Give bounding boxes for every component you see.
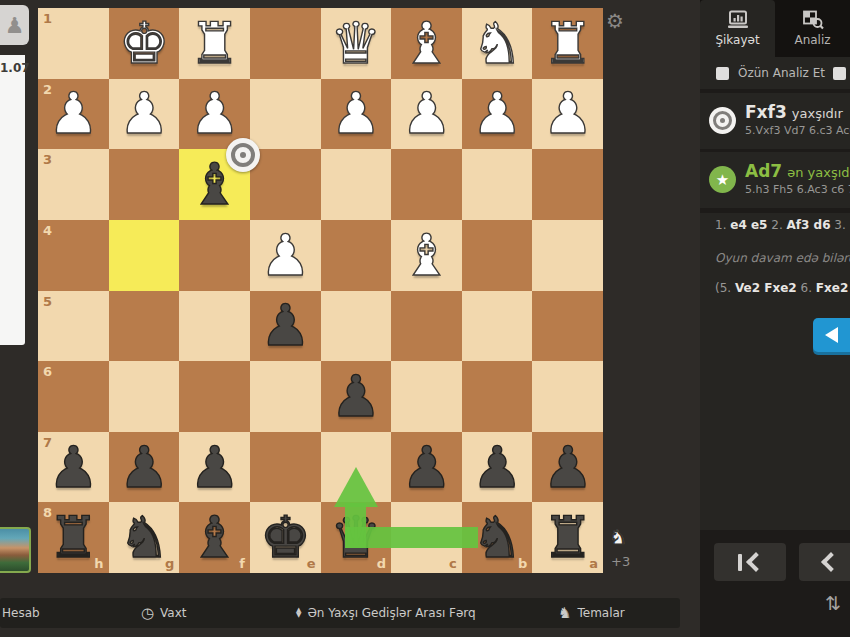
score-label: Hesab [2,606,40,620]
panel-tabbar: Şikayət Analiz [700,0,850,57]
black-rook-h8[interactable]: ♜ [38,502,109,573]
start-bar-icon [738,554,742,571]
square-f5[interactable] [179,291,250,362]
square-f6[interactable] [179,361,250,432]
white-queen-d1[interactable]: ♛ [321,8,392,79]
chess-board[interactable]: 1♚♜♛♝♞♜2♟♟♟♟♟♟♟3♝4♟♝5♟6♟7♟♟♟♟♟♟8h♜g♞f♝e♚… [38,8,603,573]
played-move: Fxf3 [745,102,787,122]
themes-label: Temalar [577,606,624,620]
square-h1[interactable]: 1 [38,8,109,79]
square-e7[interactable] [250,432,321,503]
square-c1[interactable]: ♝ [391,8,462,79]
square-h3[interactable]: 3 [38,149,109,220]
white-pawn-d2[interactable]: ♟ [321,79,392,150]
square-a4[interactable] [532,220,603,291]
tab-report[interactable]: Şikayət [700,0,775,57]
square-c2[interactable]: ♟ [391,79,462,150]
player-avatar[interactable] [0,527,31,573]
square-e2[interactable] [250,79,321,150]
square-a1[interactable]: ♜ [532,8,603,79]
black-pawn-g7[interactable]: ♟ [109,432,180,503]
go-to-start-button[interactable] [714,543,786,581]
chevron-left-icon [746,552,766,572]
square-b2[interactable]: ♟ [462,79,533,150]
white-knight-b1[interactable]: ♞ [462,8,533,79]
move-quality-badge [226,138,260,172]
analysis-bottom-bar: Hesab ◷ Vaxt ▲▼ Ən Yaxşı Gedişlər Arası … [0,598,680,628]
square-c3[interactable] [391,149,462,220]
square-g5[interactable] [109,291,180,362]
square-f4[interactable] [179,220,250,291]
rank-label: 1 [43,11,52,26]
best-move: Ad7 [745,161,782,181]
square-a8[interactable]: a♜ [532,502,603,573]
best-move-arrow [334,467,378,507]
tab-analysis[interactable]: Analiz [775,0,850,57]
square-b5[interactable] [462,291,533,362]
evaluation-bar: 1.07 [0,55,25,345]
report-icon [727,10,749,30]
square-h2[interactable]: 2♟ [38,79,109,150]
bottombar-time[interactable]: ◷ Vaxt [141,604,187,622]
square-d3[interactable] [321,149,392,220]
white-pawn-b2[interactable]: ♟ [462,79,533,150]
square-e6[interactable] [250,361,321,432]
white-bishop-c1[interactable]: ♝ [391,8,462,79]
app-root: ♟ 1.07 1♚♜♛♝♞♜2♟♟♟♟♟♟♟3♝4♟♝5♟6♟7♟♟♟♟♟♟8h… [0,0,850,637]
white-rook-f1[interactable]: ♜ [179,8,250,79]
move-number: 2. [771,218,782,232]
square-d5[interactable] [321,291,392,362]
knight-theme-icon: ♞ [558,604,571,622]
move-pair[interactable]: Ve2 Fxe2 [735,281,797,295]
move-pair[interactable]: Fxe2 Ac6 [816,281,850,295]
move-navigation: ⇅ [700,530,850,637]
move-pair[interactable]: Af3 d6 [787,218,831,232]
square-a3[interactable] [532,149,603,220]
black-bishop-f8[interactable]: ♝ [179,502,250,573]
captured-knight-icon: ♞ [609,525,627,549]
continuation-hint: Oyun davam edə bilərdi... [715,251,850,265]
tab-report-label: Şikayət [715,33,759,47]
rank-label: 4 [43,223,52,238]
white-pawn-g2[interactable]: ♟ [109,79,180,150]
material-score: +3 [611,554,630,569]
move-number: 6. [801,281,812,295]
square-h7[interactable]: 7♟ [38,432,109,503]
best-move-star-icon: ★ [709,166,736,193]
settings-gear-icon[interactable]: ⚙ [606,9,624,33]
square-g7[interactable]: ♟ [109,432,180,503]
bottombar-best-move-diff[interactable]: ▲▼ Ən Yaxşı Gedişlər Arası Fərq [296,606,476,620]
chevron-left-icon [821,552,841,572]
secondary-checkbox[interactable] [833,67,846,80]
self-analysis-label: Özün Analiz Et [738,66,825,80]
alternative-line[interactable]: (5. Ve2 Fxe2 6. Fxe2 Ac6 7 [715,281,850,295]
white-pawn-e4[interactable]: ♟ [250,220,321,291]
black-rook-a8[interactable]: ♜ [532,502,603,573]
flip-board-icon[interactable]: ⇅ [825,592,841,614]
square-d4[interactable] [321,220,392,291]
bottombar-themes[interactable]: ♞ Temalar [558,604,625,622]
move-pair[interactable]: e4 e5 [730,218,767,232]
square-b7[interactable]: ♟ [462,432,533,503]
bottombar-score[interactable]: Hesab [2,606,40,620]
played-move-row[interactable]: Fxf3yaxşıdır 5.Vxf3 Vd7 6.c3 Ac6 7 [700,93,850,149]
square-c7[interactable]: ♟ [391,432,462,503]
white-king-g1[interactable]: ♚ [109,8,180,79]
black-pawn-b7[interactable]: ♟ [462,432,533,503]
square-a5[interactable] [532,291,603,362]
square-e8[interactable]: e♚ [250,502,321,573]
square-b3[interactable] [462,149,533,220]
square-g6[interactable] [109,361,180,432]
back-arrow-icon [825,327,838,343]
square-a7[interactable]: ♟ [532,432,603,503]
rank-label: 3 [43,152,52,167]
square-d2[interactable]: ♟ [321,79,392,150]
move-number: (5. [715,281,731,295]
played-verdict: yaxşıdır [792,106,843,121]
white-rook-a1[interactable]: ♜ [532,8,603,79]
divider [700,208,850,213]
white-bishop-c4[interactable]: ♝ [391,220,462,291]
best-verdict: ən yaxşıdır [787,165,850,180]
square-g3[interactable] [109,149,180,220]
retry-button[interactable] [813,318,850,352]
black-pawn-h7[interactable]: ♟ [38,432,109,503]
square-h5[interactable]: 5 [38,291,109,362]
square-b4[interactable] [462,220,533,291]
square-c5[interactable] [391,291,462,362]
square-e1[interactable] [250,8,321,79]
square-c6[interactable] [391,361,462,432]
square-a6[interactable] [532,361,603,432]
analysis-icon [802,10,824,30]
square-d1[interactable]: ♛ [321,8,392,79]
white-pawn-c2[interactable]: ♟ [391,79,462,150]
rank-label: 5 [43,294,52,309]
square-h8[interactable]: 8h♜ [38,502,109,573]
black-pawn-d6[interactable]: ♟ [321,361,392,432]
square-e4[interactable]: ♟ [250,220,321,291]
game-move-list[interactable]: 1. e4 e5 2. Af3 d6 3. Fc4 Fg4 [715,218,850,232]
white-pawn-a2[interactable]: ♟ [532,79,603,150]
square-c4[interactable]: ♝ [391,220,462,291]
square-h6[interactable]: 6 [38,361,109,432]
rank-label: 6 [43,364,52,379]
evaluation-value: 1.07 [0,55,25,75]
sort-arrows-icon: ▲▼ [296,608,301,618]
black-pawn-f7[interactable]: ♟ [179,432,250,503]
square-f7[interactable]: ♟ [179,432,250,503]
move-number: 3. [834,218,845,232]
square-b6[interactable] [462,361,533,432]
tab-analysis-label: Analiz [794,33,830,47]
black-pawn-a7[interactable]: ♟ [532,432,603,503]
time-label: Vaxt [160,606,186,620]
square-g8[interactable]: g♞ [109,502,180,573]
good-move-target-icon [709,107,736,134]
square-e5[interactable]: ♟ [250,291,321,362]
square-a2[interactable]: ♟ [532,79,603,150]
square-e3[interactable] [250,149,321,220]
square-g2[interactable]: ♟ [109,79,180,150]
square-g4[interactable] [109,220,180,291]
pawn-avatar-icon: ♟ [5,13,25,38]
black-king-e8[interactable]: ♚ [250,502,321,573]
square-h4[interactable]: 4 [38,220,109,291]
square-g1[interactable]: ♚ [109,8,180,79]
square-d6[interactable]: ♟ [321,361,392,432]
square-f8[interactable]: f♝ [179,502,250,573]
square-f1[interactable]: ♜ [179,8,250,79]
best-move-arrow [345,503,366,548]
best-line: 5.h3 Fh5 6.Ac3 c6 7.d [745,183,850,196]
self-analysis-row: Özün Analiz Et [700,57,850,89]
opponent-avatar[interactable]: ♟ [0,5,29,45]
black-pawn-e5[interactable]: ♟ [250,291,321,362]
diff-label: Ən Yaxşı Gedişlər Arası Fərq [307,606,475,620]
white-pawn-h2[interactable]: ♟ [38,79,109,150]
square-b1[interactable]: ♞ [462,8,533,79]
move-number: 1. [715,218,726,232]
self-analysis-checkbox[interactable] [716,67,729,80]
file-label: c [449,556,457,571]
played-line: 5.Vxf3 Vd7 6.c3 Ac6 7 [745,124,850,137]
clock-icon: ◷ [141,604,154,622]
best-move-row[interactable]: ★ Ad7ən yaxşıdır 5.h3 Fh5 6.Ac3 c6 7.d [700,152,850,208]
black-knight-g8[interactable]: ♞ [109,502,180,573]
previous-move-button[interactable] [799,543,850,581]
black-pawn-c7[interactable]: ♟ [391,432,462,503]
